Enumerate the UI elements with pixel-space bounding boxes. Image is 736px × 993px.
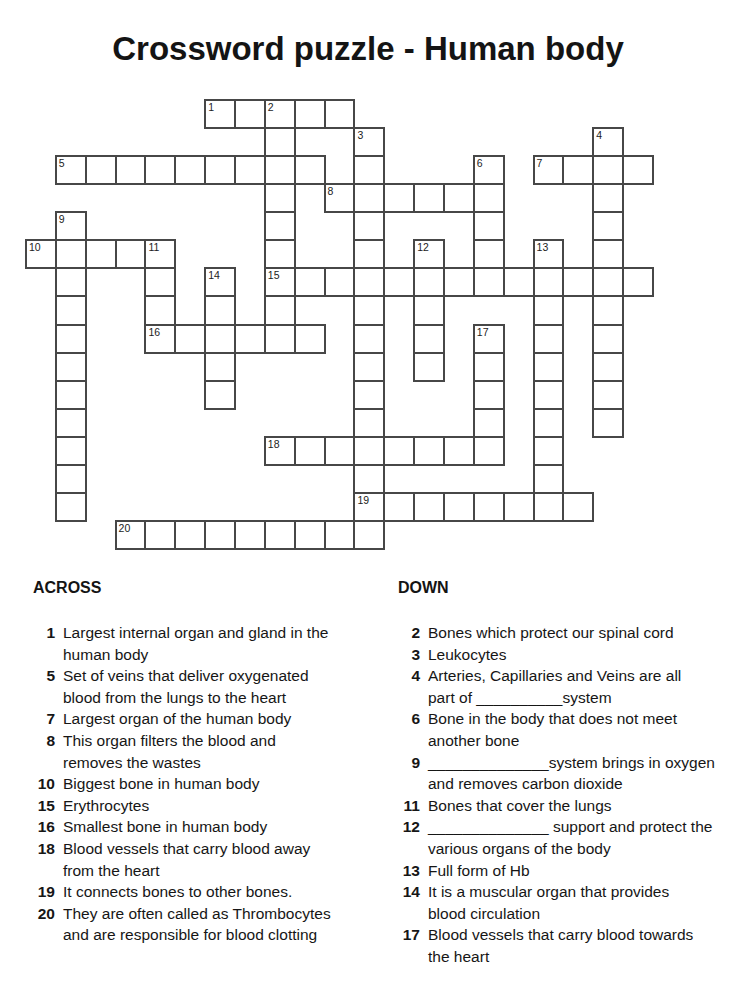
grid-cell-r0c7[interactable] bbox=[234, 99, 266, 129]
grid-cell-r5c11[interactable] bbox=[353, 239, 385, 269]
grid-cell-r5c3[interactable] bbox=[115, 239, 147, 269]
grid-cell-r14c16[interactable] bbox=[503, 492, 535, 522]
grid-cell-r7c8[interactable] bbox=[264, 295, 296, 325]
grid-cell-r9c15[interactable] bbox=[473, 352, 505, 382]
across-clue-15: 15Erythrocytes bbox=[33, 795, 378, 817]
grid-cell-r2c15[interactable]: 6 bbox=[473, 155, 505, 185]
clue-number-6: 6 bbox=[477, 157, 483, 169]
grid-cell-r7c13[interactable] bbox=[413, 295, 445, 325]
grid-cell-r15c7[interactable] bbox=[234, 520, 266, 550]
grid-cell-r5c1[interactable] bbox=[55, 239, 87, 269]
clue-number-2: 2 bbox=[268, 101, 274, 113]
grid-cell-r6c16[interactable] bbox=[503, 267, 535, 297]
grid-cell-r14c11[interactable]: 19 bbox=[353, 492, 385, 522]
clue-num-label: 13 bbox=[398, 860, 420, 882]
clue-text: Bones which protect our spinal cord bbox=[428, 622, 674, 644]
down-clue-13: 13Full form of Hb bbox=[398, 860, 736, 882]
clue-num-label: 1 bbox=[33, 622, 55, 665]
grid-cell-r8c13[interactable] bbox=[413, 324, 445, 354]
across-clue-list: 1Largest internal organ and gland in the… bbox=[33, 622, 378, 946]
across-clues-section: ACROSS 1Largest internal organ and gland… bbox=[33, 579, 378, 946]
grid-cell-r12c9[interactable] bbox=[294, 436, 326, 466]
clue-number-9: 9 bbox=[59, 213, 65, 225]
clue-text: Blood vessels that carry blood away from… bbox=[63, 838, 310, 881]
clue-text: Leukocytes bbox=[428, 644, 506, 666]
clue-text: Erythrocytes bbox=[63, 795, 149, 817]
across-clue-7: 7Largest organ of the human body bbox=[33, 708, 378, 730]
grid-cell-r7c11[interactable] bbox=[353, 295, 385, 325]
clue-number-10: 10 bbox=[29, 241, 41, 253]
clue-number-12: 12 bbox=[417, 241, 429, 253]
clue-num-label: 15 bbox=[33, 795, 55, 817]
down-header: DOWN bbox=[398, 579, 736, 597]
down-clue-14: 14It is a muscular organ that provides b… bbox=[398, 881, 736, 924]
across-header: ACROSS bbox=[33, 579, 378, 597]
grid-cell-r1c11[interactable]: 3 bbox=[353, 127, 385, 157]
clue-number-5: 5 bbox=[59, 157, 65, 169]
grid-cell-r0c6[interactable]: 1 bbox=[204, 99, 236, 129]
grid-cell-r6c12[interactable] bbox=[383, 267, 415, 297]
down-clue-12: 12______________ support and protect the… bbox=[398, 816, 736, 859]
grid-cell-r13c11[interactable] bbox=[353, 464, 385, 494]
grid-cell-r9c11[interactable] bbox=[353, 352, 385, 382]
grid-cell-r6c14[interactable] bbox=[443, 267, 475, 297]
grid-cell-r12c17[interactable] bbox=[533, 436, 565, 466]
grid-cell-r2c18[interactable] bbox=[562, 155, 594, 185]
clue-text: Smallest bone in human body bbox=[63, 816, 267, 838]
grid-cell-r4c19[interactable] bbox=[592, 211, 624, 241]
grid-cell-r9c1[interactable] bbox=[55, 352, 87, 382]
grid-cell-r10c19[interactable] bbox=[592, 380, 624, 410]
down-clue-list: 2Bones which protect our spinal cord3Leu… bbox=[398, 622, 736, 968]
down-clue-3: 3Leukocytes bbox=[398, 644, 736, 666]
clue-text: ______________ support and protect the v… bbox=[428, 816, 712, 859]
grid-cell-r6c10[interactable] bbox=[324, 267, 356, 297]
clue-number-20: 20 bbox=[119, 522, 131, 534]
grid-cell-r14c15[interactable] bbox=[473, 492, 505, 522]
grid-cell-r2c11[interactable] bbox=[353, 155, 385, 185]
clue-num-label: 8 bbox=[33, 730, 55, 773]
grid-cell-r2c6[interactable] bbox=[204, 155, 236, 185]
grid-cell-r6c1[interactable] bbox=[55, 267, 87, 297]
grid-cell-r8c15[interactable]: 17 bbox=[473, 324, 505, 354]
grid-cell-r2c1[interactable]: 5 bbox=[55, 155, 87, 185]
grid-cell-r8c19[interactable] bbox=[592, 324, 624, 354]
clue-num-label: 9 bbox=[398, 752, 420, 795]
clue-text: Largest internal organ and gland in the … bbox=[63, 622, 328, 665]
grid-cell-r2c4[interactable] bbox=[144, 155, 176, 185]
grid-cell-r9c17[interactable] bbox=[533, 352, 565, 382]
grid-cell-r8c11[interactable] bbox=[353, 324, 385, 354]
grid-cell-r0c10[interactable] bbox=[324, 99, 356, 129]
grid-cell-r8c8[interactable] bbox=[264, 324, 296, 354]
clue-text: Bone in the body that does not meet anot… bbox=[428, 708, 677, 751]
clue-text: Full form of Hb bbox=[428, 860, 530, 882]
grid-cell-r2c20[interactable] bbox=[622, 155, 654, 185]
clue-number-8: 8 bbox=[328, 185, 334, 197]
grid-cell-r3c14[interactable] bbox=[443, 183, 475, 213]
clue-text: They are often called as Thrombocytes an… bbox=[63, 903, 331, 946]
grid-cell-r9c13[interactable] bbox=[413, 352, 445, 382]
grid-cell-r3c19[interactable] bbox=[592, 183, 624, 213]
grid-cell-r10c15[interactable] bbox=[473, 380, 505, 410]
clue-num-label: 4 bbox=[398, 665, 420, 708]
clue-text: Largest organ of the human body bbox=[63, 708, 291, 730]
grid-cell-r8c6[interactable] bbox=[204, 324, 236, 354]
grid-cell-r12c11[interactable] bbox=[353, 436, 385, 466]
grid-cell-r3c12[interactable] bbox=[383, 183, 415, 213]
clue-number-4: 4 bbox=[596, 129, 602, 141]
clue-num-label: 17 bbox=[398, 924, 420, 967]
down-clue-2: 2Bones which protect our spinal cord bbox=[398, 622, 736, 644]
grid-cell-r6c20[interactable] bbox=[622, 267, 654, 297]
grid-cell-r15c8[interactable] bbox=[264, 520, 296, 550]
clue-num-label: 14 bbox=[398, 881, 420, 924]
clue-number-18: 18 bbox=[268, 438, 280, 450]
grid-cell-r6c11[interactable] bbox=[353, 267, 385, 297]
clue-number-14: 14 bbox=[208, 269, 220, 281]
grid-cell-r5c17[interactable]: 13 bbox=[533, 239, 565, 269]
grid-cell-r1c8[interactable] bbox=[264, 127, 296, 157]
grid-cell-r5c8[interactable] bbox=[264, 239, 296, 269]
grid-cell-r8c7[interactable] bbox=[234, 324, 266, 354]
grid-cell-r5c13[interactable]: 12 bbox=[413, 239, 445, 269]
across-clue-1: 1Largest internal organ and gland in the… bbox=[33, 622, 378, 665]
across-clue-18: 18Blood vessels that carry blood away fr… bbox=[33, 838, 378, 881]
grid-cell-r11c1[interactable] bbox=[55, 408, 87, 438]
clue-number-16: 16 bbox=[148, 326, 160, 338]
clue-num-label: 16 bbox=[33, 816, 55, 838]
across-clue-10: 10Biggest bone in human body bbox=[33, 773, 378, 795]
grid-cell-r14c14[interactable] bbox=[443, 492, 475, 522]
grid-cell-r12c1[interactable] bbox=[55, 436, 87, 466]
clue-num-label: 18 bbox=[33, 838, 55, 881]
clue-num-label: 3 bbox=[398, 644, 420, 666]
grid-cell-r9c19[interactable] bbox=[592, 352, 624, 382]
clue-num-label: 5 bbox=[33, 665, 55, 708]
clue-number-3: 3 bbox=[357, 129, 363, 141]
clue-number-13: 13 bbox=[537, 241, 549, 253]
grid-cell-r10c1[interactable] bbox=[55, 380, 87, 410]
down-clue-11: 11Bones that cover the lungs bbox=[398, 795, 736, 817]
grid-cell-r13c1[interactable] bbox=[55, 464, 87, 494]
grid-cell-r14c17[interactable] bbox=[533, 492, 565, 522]
down-clue-17: 17Blood vessels that carry blood towards… bbox=[398, 924, 736, 967]
grid-cell-r13c17[interactable] bbox=[533, 464, 565, 494]
grid-cell-r6c15[interactable] bbox=[473, 267, 505, 297]
grid-cell-r3c10[interactable]: 8 bbox=[324, 183, 356, 213]
grid-cell-r5c19[interactable] bbox=[592, 239, 624, 269]
grid-cell-r2c3[interactable] bbox=[115, 155, 147, 185]
grid-cell-r2c5[interactable] bbox=[174, 155, 206, 185]
grid-cell-r14c13[interactable] bbox=[413, 492, 445, 522]
clue-num-label: 10 bbox=[33, 773, 55, 795]
clue-num-label: 6 bbox=[398, 708, 420, 751]
down-clue-4: 4Arteries, Capillaries and Veins are all… bbox=[398, 665, 736, 708]
grid-cell-r3c15[interactable] bbox=[473, 183, 505, 213]
across-clue-5: 5Set of veins that deliver oxygenated bl… bbox=[33, 665, 378, 708]
grid-cell-r15c4[interactable] bbox=[144, 520, 176, 550]
grid-cell-r11c17[interactable] bbox=[533, 408, 565, 438]
clue-text: Biggest bone in human body bbox=[63, 773, 259, 795]
clue-text: Blood vessels that carry blood towards t… bbox=[428, 924, 693, 967]
grid-cell-r14c12[interactable] bbox=[383, 492, 415, 522]
grid-cell-r4c11[interactable] bbox=[353, 211, 385, 241]
down-clue-6: 6Bone in the body that does not meet ano… bbox=[398, 708, 736, 751]
clue-text: ______________system brings in oxygen an… bbox=[428, 752, 715, 795]
grid-cell-r2c8[interactable] bbox=[264, 155, 296, 185]
clue-number-7: 7 bbox=[537, 157, 543, 169]
clue-number-1: 1 bbox=[208, 101, 214, 113]
grid-cell-r12c13[interactable] bbox=[413, 436, 445, 466]
down-clues-section: DOWN 2Bones which protect our spinal cor… bbox=[398, 579, 736, 968]
grid-cell-r5c2[interactable] bbox=[85, 239, 117, 269]
grid-cell-r10c11[interactable] bbox=[353, 380, 385, 410]
grid-cell-r15c5[interactable] bbox=[174, 520, 206, 550]
grid-cell-r15c3[interactable]: 20 bbox=[115, 520, 147, 550]
clue-text: Set of veins that deliver oxygenated blo… bbox=[63, 665, 309, 708]
grid-cell-r6c8[interactable]: 15 bbox=[264, 267, 296, 297]
grid-cell-r3c13[interactable] bbox=[413, 183, 445, 213]
grid-cell-r11c11[interactable] bbox=[353, 408, 385, 438]
grid-cell-r9c6[interactable] bbox=[204, 352, 236, 382]
grid-cell-r7c6[interactable] bbox=[204, 295, 236, 325]
grid-cell-r6c13[interactable] bbox=[413, 267, 445, 297]
clue-num-label: 7 bbox=[33, 708, 55, 730]
grid-cell-r15c11[interactable] bbox=[353, 520, 385, 550]
grid-cell-r6c4[interactable] bbox=[144, 267, 176, 297]
grid-cell-r8c9[interactable] bbox=[294, 324, 326, 354]
clue-text: It connects bones to other bones. bbox=[63, 881, 292, 903]
grid-cell-r7c4[interactable] bbox=[144, 295, 176, 325]
grid-cell-r3c8[interactable] bbox=[264, 183, 296, 213]
grid-cell-r4c8[interactable] bbox=[264, 211, 296, 241]
grid-cell-r2c19[interactable] bbox=[592, 155, 624, 185]
grid-cell-r8c4[interactable]: 16 bbox=[144, 324, 176, 354]
grid-cell-r6c17[interactable] bbox=[533, 267, 565, 297]
grid-cell-r6c9[interactable] bbox=[294, 267, 326, 297]
grid-cell-r8c5[interactable] bbox=[174, 324, 206, 354]
across-clue-16: 16Smallest bone in human body bbox=[33, 816, 378, 838]
down-clue-9: 9______________system brings in oxygen a… bbox=[398, 752, 736, 795]
clue-num-label: 12 bbox=[398, 816, 420, 859]
clue-num-label: 20 bbox=[33, 903, 55, 946]
clue-number-11: 11 bbox=[148, 241, 159, 253]
grid-cell-r12c8[interactable]: 18 bbox=[264, 436, 296, 466]
grid-cell-r7c17[interactable] bbox=[533, 295, 565, 325]
grid-cell-r10c6[interactable] bbox=[204, 380, 236, 410]
grid-cell-r11c15[interactable] bbox=[473, 408, 505, 438]
grid-cell-r6c19[interactable] bbox=[592, 267, 624, 297]
clue-text: Arteries, Capillaries and Veins are all … bbox=[428, 665, 681, 708]
grid-cell-r15c6[interactable] bbox=[204, 520, 236, 550]
grid-cell-r6c18[interactable] bbox=[562, 267, 594, 297]
grid-cell-r1c19[interactable]: 4 bbox=[592, 127, 624, 157]
grid-cell-r0c9[interactable] bbox=[294, 99, 326, 129]
grid-cell-r4c1[interactable]: 9 bbox=[55, 211, 87, 241]
page-title: Crossword puzzle - Human body bbox=[0, 30, 736, 68]
grid-cell-r8c17[interactable] bbox=[533, 324, 565, 354]
grid-cell-r12c14[interactable] bbox=[443, 436, 475, 466]
grid-cell-r2c7[interactable] bbox=[234, 155, 266, 185]
grid-cell-r5c0[interactable]: 10 bbox=[25, 239, 57, 269]
clue-text: This organ filters the blood and removes… bbox=[63, 730, 276, 773]
grid-cell-r12c10[interactable] bbox=[324, 436, 356, 466]
clue-number-15: 15 bbox=[268, 269, 280, 281]
clue-number-19: 19 bbox=[357, 494, 369, 506]
clue-text: Bones that cover the lungs bbox=[428, 795, 612, 817]
grid-cell-r7c19[interactable] bbox=[592, 295, 624, 325]
grid-cell-r7c1[interactable] bbox=[55, 295, 87, 325]
grid-cell-r14c18[interactable] bbox=[562, 492, 594, 522]
clue-num-label: 2 bbox=[398, 622, 420, 644]
grid-cell-r8c1[interactable] bbox=[55, 324, 87, 354]
grid-cell-r6c6[interactable]: 14 bbox=[204, 267, 236, 297]
grid-cell-r15c9[interactable] bbox=[294, 520, 326, 550]
grid-cell-r14c1[interactable] bbox=[55, 492, 87, 522]
grid-cell-r4c15[interactable] bbox=[473, 211, 505, 241]
grid-cell-r12c15[interactable] bbox=[473, 436, 505, 466]
grid-cell-r15c10[interactable] bbox=[324, 520, 356, 550]
grid-cell-r2c2[interactable] bbox=[85, 155, 117, 185]
clue-num-label: 11 bbox=[398, 795, 420, 817]
clue-number-17: 17 bbox=[477, 326, 489, 338]
grid-cell-r3c11[interactable] bbox=[353, 183, 385, 213]
grid-cell-r0c8[interactable]: 2 bbox=[264, 99, 296, 129]
grid-cell-r2c9[interactable] bbox=[294, 155, 326, 185]
grid-cell-r5c15[interactable] bbox=[473, 239, 505, 269]
clue-text: It is a muscular organ that provides blo… bbox=[428, 881, 669, 924]
grid-cell-r2c17[interactable]: 7 bbox=[533, 155, 565, 185]
grid-cell-r5c4[interactable]: 11 bbox=[144, 239, 176, 269]
across-clue-20: 20They are often called as Thrombocytes … bbox=[33, 903, 378, 946]
clue-num-label: 19 bbox=[33, 881, 55, 903]
across-clue-8: 8This organ filters the blood and remove… bbox=[33, 730, 378, 773]
grid-cell-r10c17[interactable] bbox=[533, 380, 565, 410]
across-clue-19: 19It connects bones to other bones. bbox=[33, 881, 378, 903]
grid-cell-r12c12[interactable] bbox=[383, 436, 415, 466]
grid-cell-r11c19[interactable] bbox=[592, 408, 624, 438]
